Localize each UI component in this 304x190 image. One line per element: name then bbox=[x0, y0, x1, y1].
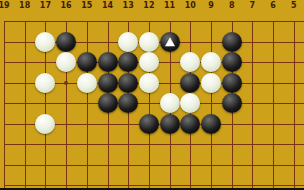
grid-hline bbox=[4, 185, 304, 186]
grid-vline bbox=[211, 21, 212, 188]
column-label: 8 bbox=[229, 1, 235, 11]
column-label: 9 bbox=[208, 1, 214, 11]
grid-hline bbox=[4, 103, 304, 104]
stone-white bbox=[56, 52, 76, 72]
stone-white bbox=[139, 73, 159, 93]
column-label: 19 bbox=[0, 1, 10, 11]
stone-white bbox=[139, 32, 159, 52]
column-label: 16 bbox=[61, 1, 72, 11]
grid-hline bbox=[4, 144, 304, 145]
grid-hline bbox=[4, 165, 304, 166]
stone-white bbox=[160, 93, 180, 113]
stone-white bbox=[118, 32, 138, 52]
grid-vline bbox=[4, 21, 5, 188]
stone-black bbox=[180, 73, 200, 93]
letterbox-bar bbox=[0, 188, 304, 190]
stone-black bbox=[98, 93, 118, 113]
stone-black bbox=[160, 114, 180, 134]
grid-vline bbox=[294, 21, 295, 188]
stone-black bbox=[118, 93, 138, 113]
column-label: 11 bbox=[164, 1, 175, 11]
stone-black bbox=[222, 52, 242, 72]
stone-white bbox=[180, 52, 200, 72]
stone-white bbox=[201, 73, 221, 93]
grid-hline bbox=[4, 21, 304, 22]
stone-black-marked bbox=[160, 32, 180, 52]
stone-black bbox=[139, 114, 159, 134]
stone-white bbox=[35, 73, 55, 93]
stone-black bbox=[98, 52, 118, 72]
stone-black bbox=[77, 52, 97, 72]
triangle-marker-icon bbox=[165, 37, 175, 46]
stone-white bbox=[201, 52, 221, 72]
column-label: 15 bbox=[81, 1, 92, 11]
column-label: 13 bbox=[123, 1, 134, 11]
column-label: 7 bbox=[250, 1, 256, 11]
stone-black bbox=[222, 73, 242, 93]
stone-black bbox=[201, 114, 221, 134]
column-label: 6 bbox=[270, 1, 276, 11]
grid-vline bbox=[87, 21, 88, 188]
column-label: 5 bbox=[291, 1, 297, 11]
stone-black bbox=[98, 73, 118, 93]
stone-black bbox=[180, 114, 200, 134]
star-point bbox=[64, 81, 68, 85]
go-board[interactable]: 1918171615141312111098765 bbox=[0, 0, 304, 190]
stone-black bbox=[222, 32, 242, 52]
stone-black bbox=[118, 73, 138, 93]
stone-black bbox=[56, 32, 76, 52]
grid-vline bbox=[25, 21, 26, 188]
stone-white bbox=[180, 93, 200, 113]
column-label: 14 bbox=[102, 1, 113, 11]
column-label: 10 bbox=[185, 1, 196, 11]
column-label: 18 bbox=[19, 1, 30, 11]
stone-black bbox=[222, 93, 242, 113]
grid-vline bbox=[273, 21, 274, 188]
stone-white bbox=[77, 73, 97, 93]
column-label: 12 bbox=[143, 1, 154, 11]
stone-white bbox=[35, 32, 55, 52]
column-label: 17 bbox=[40, 1, 51, 11]
stone-black bbox=[118, 52, 138, 72]
stone-white bbox=[139, 52, 159, 72]
stone-white bbox=[35, 114, 55, 134]
grid-vline bbox=[252, 21, 253, 188]
